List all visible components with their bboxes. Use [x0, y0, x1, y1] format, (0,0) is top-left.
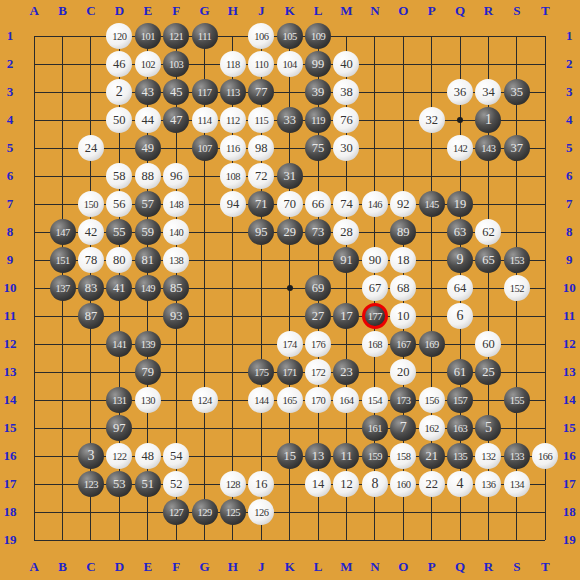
board-point-P12[interactable]: 169	[417, 330, 445, 358]
board-point-J19[interactable]	[247, 526, 275, 554]
board-point-H11[interactable]	[219, 302, 247, 330]
board-point-Q7[interactable]: 19	[446, 190, 474, 218]
board-point-T11[interactable]	[531, 302, 559, 330]
board-point-T1[interactable]	[531, 22, 559, 50]
board-point-O3[interactable]	[389, 78, 417, 106]
board-point-K16[interactable]: 15	[276, 442, 304, 470]
stone-white-138[interactable]: 138	[163, 247, 189, 273]
board-point-P17[interactable]: 22	[417, 470, 445, 498]
stone-white-76[interactable]: 76	[333, 107, 359, 133]
stone-white-46[interactable]: 46	[106, 51, 132, 77]
board-point-L11[interactable]: 27	[304, 302, 332, 330]
stone-black-1[interactable]: 1	[475, 107, 501, 133]
stone-black-81[interactable]: 81	[135, 247, 161, 273]
stone-black-91[interactable]: 91	[333, 247, 359, 273]
board-point-F17[interactable]: 52	[162, 470, 190, 498]
board-point-H14[interactable]	[219, 386, 247, 414]
board-point-B7[interactable]	[48, 190, 76, 218]
board-point-L18[interactable]	[304, 498, 332, 526]
board-point-K12[interactable]: 174	[276, 330, 304, 358]
stone-black-123[interactable]: 123	[78, 471, 104, 497]
board-point-G12[interactable]	[190, 330, 218, 358]
board-point-N2[interactable]	[361, 50, 389, 78]
stone-black-125[interactable]: 125	[220, 499, 246, 525]
board-point-R3[interactable]: 34	[474, 78, 502, 106]
board-point-K8[interactable]: 29	[276, 218, 304, 246]
stone-black-139[interactable]: 139	[135, 331, 161, 357]
board-point-H13[interactable]	[219, 358, 247, 386]
board-point-Q13[interactable]: 61	[446, 358, 474, 386]
board-point-L6[interactable]	[304, 162, 332, 190]
stone-black-133[interactable]: 133	[504, 443, 530, 469]
board-point-H1[interactable]	[219, 22, 247, 50]
board-point-G17[interactable]	[190, 470, 218, 498]
board-point-M2[interactable]: 40	[332, 50, 360, 78]
board-point-O5[interactable]	[389, 134, 417, 162]
board-point-J11[interactable]	[247, 302, 275, 330]
board-point-E11[interactable]	[134, 302, 162, 330]
board-point-N16[interactable]: 159	[361, 442, 389, 470]
board-point-K15[interactable]	[276, 414, 304, 442]
board-point-B6[interactable]	[48, 162, 76, 190]
board-point-N15[interactable]: 161	[361, 414, 389, 442]
board-point-K19[interactable]	[276, 526, 304, 554]
board-point-M13[interactable]: 23	[332, 358, 360, 386]
board-point-A15[interactable]	[20, 414, 48, 442]
board-point-M12[interactable]	[332, 330, 360, 358]
board-point-O12[interactable]: 167	[389, 330, 417, 358]
stone-black-135[interactable]: 135	[447, 443, 473, 469]
stone-black-53[interactable]: 53	[106, 471, 132, 497]
board-point-S5[interactable]: 37	[503, 134, 531, 162]
stone-white-14[interactable]: 14	[305, 471, 331, 497]
board-point-T8[interactable]	[531, 218, 559, 246]
board-point-K7[interactable]: 70	[276, 190, 304, 218]
stone-black-73[interactable]: 73	[305, 219, 331, 245]
board-point-N12[interactable]: 168	[361, 330, 389, 358]
board-point-M6[interactable]	[332, 162, 360, 190]
board-point-G1[interactable]: 111	[190, 22, 218, 50]
board-point-N5[interactable]	[361, 134, 389, 162]
board-point-P15[interactable]: 162	[417, 414, 445, 442]
board-point-F12[interactable]	[162, 330, 190, 358]
board-point-B4[interactable]	[48, 106, 76, 134]
board-point-A16[interactable]	[20, 442, 48, 470]
stone-black-69[interactable]: 69	[305, 275, 331, 301]
stone-white-176[interactable]: 176	[305, 331, 331, 357]
board-point-K4[interactable]: 33	[276, 106, 304, 134]
stone-white-102[interactable]: 102	[135, 51, 161, 77]
board-point-G16[interactable]	[190, 442, 218, 470]
board-point-J9[interactable]	[247, 246, 275, 274]
board-point-D18[interactable]	[105, 498, 133, 526]
stone-black-161[interactable]: 161	[362, 415, 388, 441]
board-point-P8[interactable]	[417, 218, 445, 246]
board-point-L16[interactable]: 13	[304, 442, 332, 470]
stone-black-157[interactable]: 157	[447, 387, 473, 413]
board-point-E17[interactable]: 51	[134, 470, 162, 498]
board-point-O16[interactable]: 158	[389, 442, 417, 470]
stone-white-120[interactable]: 120	[106, 23, 132, 49]
stone-white-144[interactable]: 144	[248, 387, 274, 413]
stone-white-44[interactable]: 44	[135, 107, 161, 133]
board-point-S7[interactable]	[503, 190, 531, 218]
stone-black-169[interactable]: 169	[419, 331, 445, 357]
board-point-G5[interactable]: 107	[190, 134, 218, 162]
board-point-L3[interactable]: 39	[304, 78, 332, 106]
board-point-K10[interactable]	[276, 274, 304, 302]
board-point-E14[interactable]: 130	[134, 386, 162, 414]
board-point-P13[interactable]	[417, 358, 445, 386]
board-point-O18[interactable]	[389, 498, 417, 526]
board-point-S15[interactable]	[503, 414, 531, 442]
board-point-K18[interactable]	[276, 498, 304, 526]
board-point-C7[interactable]: 150	[77, 190, 105, 218]
stone-black-95[interactable]: 95	[248, 219, 274, 245]
stone-white-110[interactable]: 110	[248, 51, 274, 77]
board-point-A11[interactable]	[20, 302, 48, 330]
board-point-T9[interactable]	[531, 246, 559, 274]
stone-white-28[interactable]: 28	[333, 219, 359, 245]
stone-black-149[interactable]: 149	[135, 275, 161, 301]
stone-white-158[interactable]: 158	[390, 443, 416, 469]
stone-white-174[interactable]: 174	[277, 331, 303, 357]
board-point-M5[interactable]: 30	[332, 134, 360, 162]
stone-white-160[interactable]: 160	[390, 471, 416, 497]
stone-white-34[interactable]: 34	[475, 79, 501, 105]
stone-white-64[interactable]: 64	[447, 275, 473, 301]
board-point-C16[interactable]: 3	[77, 442, 105, 470]
board-point-B8[interactable]: 147	[48, 218, 76, 246]
board-point-M8[interactable]: 28	[332, 218, 360, 246]
board-point-Q1[interactable]	[446, 22, 474, 50]
board-point-N3[interactable]	[361, 78, 389, 106]
board-point-G10[interactable]	[190, 274, 218, 302]
stone-black-175[interactable]: 175	[248, 359, 274, 385]
board-point-J5[interactable]: 98	[247, 134, 275, 162]
stone-black-21[interactable]: 21	[419, 443, 445, 469]
stone-white-96[interactable]: 96	[163, 163, 189, 189]
stone-white-170[interactable]: 170	[305, 387, 331, 413]
board-point-F2[interactable]: 103	[162, 50, 190, 78]
board-point-A3[interactable]	[20, 78, 48, 106]
stone-white-106[interactable]: 106	[248, 23, 274, 49]
board-point-A13[interactable]	[20, 358, 48, 386]
board-point-E2[interactable]: 102	[134, 50, 162, 78]
board-point-O11[interactable]: 10	[389, 302, 417, 330]
board-point-G4[interactable]: 114	[190, 106, 218, 134]
stone-white-72[interactable]: 72	[248, 163, 274, 189]
board-point-E7[interactable]: 57	[134, 190, 162, 218]
board-point-C12[interactable]	[77, 330, 105, 358]
board-point-M15[interactable]	[332, 414, 360, 442]
board-point-G13[interactable]	[190, 358, 218, 386]
stone-black-19[interactable]: 19	[447, 191, 473, 217]
board-point-S10[interactable]: 152	[503, 274, 531, 302]
stone-white-150[interactable]: 150	[78, 191, 104, 217]
stone-black-79[interactable]: 79	[135, 359, 161, 385]
board-point-A6[interactable]	[20, 162, 48, 190]
board-point-F1[interactable]: 121	[162, 22, 190, 50]
stone-white-36[interactable]: 36	[447, 79, 473, 105]
board-point-F14[interactable]	[162, 386, 190, 414]
board-point-G8[interactable]	[190, 218, 218, 246]
board-point-F15[interactable]	[162, 414, 190, 442]
board-point-D3[interactable]: 2	[105, 78, 133, 106]
board-point-R12[interactable]: 60	[474, 330, 502, 358]
board-point-L14[interactable]: 170	[304, 386, 332, 414]
board-point-G7[interactable]	[190, 190, 218, 218]
board-point-Q14[interactable]: 157	[446, 386, 474, 414]
stone-white-48[interactable]: 48	[135, 443, 161, 469]
stone-black-55[interactable]: 55	[106, 219, 132, 245]
board-point-D15[interactable]: 97	[105, 414, 133, 442]
stone-white-154[interactable]: 154	[362, 387, 388, 413]
board-point-T4[interactable]	[531, 106, 559, 134]
board-point-T13[interactable]	[531, 358, 559, 386]
board-point-J13[interactable]: 175	[247, 358, 275, 386]
stone-black-159[interactable]: 159	[362, 443, 388, 469]
board-point-E13[interactable]: 79	[134, 358, 162, 386]
board-point-H9[interactable]	[219, 246, 247, 274]
board-point-S3[interactable]: 35	[503, 78, 531, 106]
stone-white-140[interactable]: 140	[163, 219, 189, 245]
board-point-Q2[interactable]	[446, 50, 474, 78]
board-point-N6[interactable]	[361, 162, 389, 190]
stone-white-122[interactable]: 122	[106, 443, 132, 469]
board-point-A2[interactable]	[20, 50, 48, 78]
board-point-Q9[interactable]: 9	[446, 246, 474, 274]
board-point-R11[interactable]	[474, 302, 502, 330]
last-move-stone-black-177[interactable]: 177	[362, 303, 388, 329]
board-point-E18[interactable]	[134, 498, 162, 526]
stone-white-94[interactable]: 94	[220, 191, 246, 217]
stone-black-85[interactable]: 85	[163, 275, 189, 301]
board-point-T3[interactable]	[531, 78, 559, 106]
board-point-Q12[interactable]	[446, 330, 474, 358]
board-point-Q19[interactable]	[446, 526, 474, 554]
stone-black-9[interactable]: 9	[447, 247, 473, 273]
board-point-C18[interactable]	[77, 498, 105, 526]
board-point-K13[interactable]: 171	[276, 358, 304, 386]
stone-black-33[interactable]: 33	[277, 107, 303, 133]
stone-black-7[interactable]: 7	[390, 415, 416, 441]
stone-black-117[interactable]: 117	[192, 79, 218, 105]
board-point-A19[interactable]	[20, 526, 48, 554]
board-point-C9[interactable]: 78	[77, 246, 105, 274]
board-point-F6[interactable]: 96	[162, 162, 190, 190]
board-point-C8[interactable]: 42	[77, 218, 105, 246]
board-point-G19[interactable]	[190, 526, 218, 554]
board-point-M10[interactable]	[332, 274, 360, 302]
board-point-L2[interactable]: 99	[304, 50, 332, 78]
board-point-O1[interactable]	[389, 22, 417, 50]
stone-white-30[interactable]: 30	[333, 135, 359, 161]
board-point-D9[interactable]: 80	[105, 246, 133, 274]
board-point-E8[interactable]: 59	[134, 218, 162, 246]
stone-white-168[interactable]: 168	[362, 331, 388, 357]
board-point-D17[interactable]: 53	[105, 470, 133, 498]
board-point-P1[interactable]	[417, 22, 445, 50]
board-point-T16[interactable]: 166	[531, 442, 559, 470]
stone-white-58[interactable]: 58	[106, 163, 132, 189]
stone-black-155[interactable]: 155	[504, 387, 530, 413]
stone-black-111[interactable]: 111	[192, 23, 218, 49]
stone-white-162[interactable]: 162	[419, 415, 445, 441]
board-point-A9[interactable]	[20, 246, 48, 274]
board-point-P19[interactable]	[417, 526, 445, 554]
board-point-R5[interactable]: 143	[474, 134, 502, 162]
board-point-E4[interactable]: 44	[134, 106, 162, 134]
stone-black-15[interactable]: 15	[277, 443, 303, 469]
board-point-L17[interactable]: 14	[304, 470, 332, 498]
board-point-O15[interactable]: 7	[389, 414, 417, 442]
board-point-C10[interactable]: 83	[77, 274, 105, 302]
board-point-G3[interactable]: 117	[190, 78, 218, 106]
board-point-H10[interactable]	[219, 274, 247, 302]
board-point-C2[interactable]	[77, 50, 105, 78]
board-point-N10[interactable]: 67	[361, 274, 389, 302]
stone-black-37[interactable]: 37	[504, 135, 530, 161]
stone-white-126[interactable]: 126	[248, 499, 274, 525]
board-point-D1[interactable]: 120	[105, 22, 133, 50]
stone-white-2[interactable]: 2	[106, 79, 132, 105]
stone-white-166[interactable]: 166	[532, 443, 558, 469]
stone-black-173[interactable]: 173	[390, 387, 416, 413]
stone-black-151[interactable]: 151	[50, 247, 76, 273]
board-point-J7[interactable]: 71	[247, 190, 275, 218]
board-point-H17[interactable]: 128	[219, 470, 247, 498]
stone-white-134[interactable]: 134	[504, 471, 530, 497]
board-point-M16[interactable]: 11	[332, 442, 360, 470]
stone-black-27[interactable]: 27	[305, 303, 331, 329]
board-point-H18[interactable]: 125	[219, 498, 247, 526]
board-point-E5[interactable]: 49	[134, 134, 162, 162]
stone-black-43[interactable]: 43	[135, 79, 161, 105]
stone-black-147[interactable]: 147	[50, 219, 76, 245]
stone-black-75[interactable]: 75	[305, 135, 331, 161]
board-point-E3[interactable]: 43	[134, 78, 162, 106]
board-point-N18[interactable]	[361, 498, 389, 526]
stone-white-38[interactable]: 38	[333, 79, 359, 105]
stone-white-98[interactable]: 98	[248, 135, 274, 161]
stone-black-129[interactable]: 129	[192, 499, 218, 525]
stone-white-132[interactable]: 132	[475, 443, 501, 469]
stone-black-45[interactable]: 45	[163, 79, 189, 105]
stone-black-103[interactable]: 103	[163, 51, 189, 77]
board-point-O17[interactable]: 160	[389, 470, 417, 498]
board-point-G14[interactable]: 124	[190, 386, 218, 414]
stone-white-62[interactable]: 62	[475, 219, 501, 245]
board-point-N9[interactable]: 90	[361, 246, 389, 274]
board-point-D16[interactable]: 122	[105, 442, 133, 470]
board-point-H8[interactable]	[219, 218, 247, 246]
board-point-J10[interactable]	[247, 274, 275, 302]
board-point-C5[interactable]: 24	[77, 134, 105, 162]
board-point-L10[interactable]: 69	[304, 274, 332, 302]
board-point-R16[interactable]: 132	[474, 442, 502, 470]
board-point-D6[interactable]: 58	[105, 162, 133, 190]
board-point-O10[interactable]: 68	[389, 274, 417, 302]
board-point-E6[interactable]: 88	[134, 162, 162, 190]
stone-white-118[interactable]: 118	[220, 51, 246, 77]
board-point-R7[interactable]	[474, 190, 502, 218]
board-point-S13[interactable]	[503, 358, 531, 386]
board-point-D19[interactable]	[105, 526, 133, 554]
board-point-P10[interactable]	[417, 274, 445, 302]
stone-white-70[interactable]: 70	[277, 191, 303, 217]
board-point-S11[interactable]	[503, 302, 531, 330]
stone-black-99[interactable]: 99	[305, 51, 331, 77]
stone-white-68[interactable]: 68	[390, 275, 416, 301]
stone-black-13[interactable]: 13	[305, 443, 331, 469]
board-point-P9[interactable]	[417, 246, 445, 274]
stone-white-66[interactable]: 66	[305, 191, 331, 217]
board-point-P11[interactable]	[417, 302, 445, 330]
board-point-F13[interactable]	[162, 358, 190, 386]
board-point-B19[interactable]	[48, 526, 76, 554]
board-point-P4[interactable]: 32	[417, 106, 445, 134]
stone-black-5[interactable]: 5	[475, 415, 501, 441]
board-point-B2[interactable]	[48, 50, 76, 78]
board-point-B11[interactable]	[48, 302, 76, 330]
stone-black-3[interactable]: 3	[78, 443, 104, 469]
stone-white-104[interactable]: 104	[277, 51, 303, 77]
board-point-G11[interactable]	[190, 302, 218, 330]
stone-white-32[interactable]: 32	[419, 107, 445, 133]
board-point-M9[interactable]: 91	[332, 246, 360, 274]
board-point-H19[interactable]	[219, 526, 247, 554]
stone-black-49[interactable]: 49	[135, 135, 161, 161]
board-point-Q5[interactable]: 142	[446, 134, 474, 162]
stone-black-93[interactable]: 93	[163, 303, 189, 329]
board-point-L12[interactable]: 176	[304, 330, 332, 358]
board-point-P16[interactable]: 21	[417, 442, 445, 470]
board-point-J1[interactable]: 106	[247, 22, 275, 50]
board-point-B5[interactable]	[48, 134, 76, 162]
board-point-S2[interactable]	[503, 50, 531, 78]
stone-white-22[interactable]: 22	[419, 471, 445, 497]
stone-white-108[interactable]: 108	[220, 163, 246, 189]
stone-black-29[interactable]: 29	[277, 219, 303, 245]
board-point-R15[interactable]: 5	[474, 414, 502, 442]
board-point-B13[interactable]	[48, 358, 76, 386]
board-point-S19[interactable]	[503, 526, 531, 554]
board-point-E12[interactable]: 139	[134, 330, 162, 358]
board-point-T18[interactable]	[531, 498, 559, 526]
board-point-K5[interactable]	[276, 134, 304, 162]
board-point-A1[interactable]	[20, 22, 48, 50]
board-point-L15[interactable]	[304, 414, 332, 442]
board-point-M11[interactable]: 17	[332, 302, 360, 330]
board-point-A12[interactable]	[20, 330, 48, 358]
stone-black-167[interactable]: 167	[390, 331, 416, 357]
board-point-H15[interactable]	[219, 414, 247, 442]
board-point-G2[interactable]	[190, 50, 218, 78]
board-point-S12[interactable]	[503, 330, 531, 358]
board-point-Q11[interactable]: 6	[446, 302, 474, 330]
stone-white-6[interactable]: 6	[447, 303, 473, 329]
board-point-D14[interactable]: 131	[105, 386, 133, 414]
board-point-H12[interactable]	[219, 330, 247, 358]
board-point-Q6[interactable]	[446, 162, 474, 190]
board-point-N1[interactable]	[361, 22, 389, 50]
board-point-E10[interactable]: 149	[134, 274, 162, 302]
board-point-D11[interactable]	[105, 302, 133, 330]
board-point-Q15[interactable]: 163	[446, 414, 474, 442]
board-point-Q16[interactable]: 135	[446, 442, 474, 470]
board-point-J6[interactable]: 72	[247, 162, 275, 190]
